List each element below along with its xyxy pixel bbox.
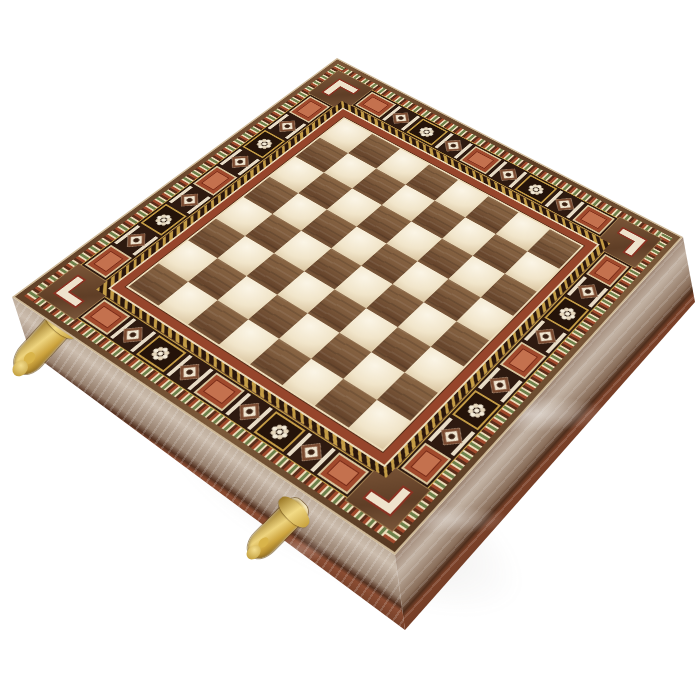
- chess-box-photo: [0, 0, 700, 700]
